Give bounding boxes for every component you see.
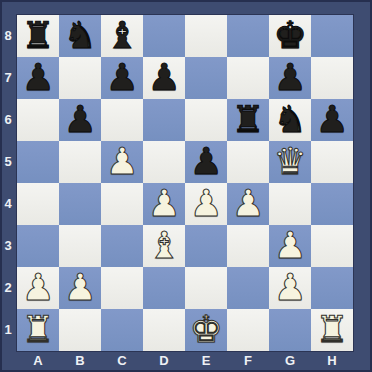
square-d7[interactable]: ♟ <box>143 57 185 99</box>
square-e5[interactable]: ♟ <box>185 141 227 183</box>
square-g5[interactable]: ♛ <box>269 141 311 183</box>
file-label-h: H <box>311 352 353 370</box>
square-f6[interactable]: ♜ <box>227 99 269 141</box>
piece-black-pawn[interactable]: ♟ <box>101 57 143 99</box>
piece-black-knight[interactable]: ♞ <box>59 15 101 57</box>
square-h3[interactable] <box>311 225 353 267</box>
piece-black-pawn[interactable]: ♟ <box>17 57 59 99</box>
square-c1[interactable] <box>101 309 143 351</box>
square-a5[interactable] <box>17 141 59 183</box>
square-e1[interactable]: ♚ <box>185 309 227 351</box>
piece-white-pawn[interactable]: ♟ <box>17 267 59 309</box>
square-d4[interactable]: ♟ <box>143 183 185 225</box>
square-d8[interactable] <box>143 15 185 57</box>
square-a4[interactable] <box>17 183 59 225</box>
square-c6[interactable] <box>101 99 143 141</box>
piece-black-pawn[interactable]: ♟ <box>185 141 227 183</box>
piece-white-pawn[interactable]: ♟ <box>227 183 269 225</box>
file-label-f: F <box>227 352 269 370</box>
square-c8[interactable]: ♝ <box>101 15 143 57</box>
square-g8[interactable]: ♚ <box>269 15 311 57</box>
file-label-e: E <box>185 352 227 370</box>
square-f1[interactable] <box>227 309 269 351</box>
square-b7[interactable] <box>59 57 101 99</box>
square-b6[interactable]: ♟ <box>59 99 101 141</box>
piece-white-pawn[interactable]: ♟ <box>269 225 311 267</box>
rank-label-8: 8 <box>0 15 16 57</box>
square-h5[interactable] <box>311 141 353 183</box>
square-g4[interactable] <box>269 183 311 225</box>
square-h1[interactable]: ♜ <box>311 309 353 351</box>
square-g6[interactable]: ♞ <box>269 99 311 141</box>
square-h2[interactable] <box>311 267 353 309</box>
square-e4[interactable]: ♟ <box>185 183 227 225</box>
square-h8[interactable] <box>311 15 353 57</box>
piece-black-pawn[interactable]: ♟ <box>143 57 185 99</box>
square-b4[interactable] <box>59 183 101 225</box>
square-a3[interactable] <box>17 225 59 267</box>
square-a6[interactable] <box>17 99 59 141</box>
rank-label-2: 2 <box>0 267 16 309</box>
square-c7[interactable]: ♟ <box>101 57 143 99</box>
rank-label-7: 7 <box>0 57 16 99</box>
rank-label-5: 5 <box>0 141 16 183</box>
piece-white-pawn[interactable]: ♟ <box>143 183 185 225</box>
square-f5[interactable] <box>227 141 269 183</box>
rank-label-6: 6 <box>0 99 16 141</box>
piece-black-knight[interactable]: ♞ <box>269 99 311 141</box>
square-b5[interactable] <box>59 141 101 183</box>
square-e3[interactable] <box>185 225 227 267</box>
square-e6[interactable] <box>185 99 227 141</box>
square-f2[interactable] <box>227 267 269 309</box>
square-e2[interactable] <box>185 267 227 309</box>
square-h7[interactable] <box>311 57 353 99</box>
square-d6[interactable] <box>143 99 185 141</box>
square-c5[interactable]: ♟ <box>101 141 143 183</box>
chessboard-frame: ♜♞♝♚♟♟♟♟♟♜♞♟♟♟♛♟♟♟♝♟♟♟♟♜♚♜ 87654321ABCDE… <box>0 0 372 372</box>
piece-white-pawn[interactable]: ♟ <box>269 267 311 309</box>
piece-white-king[interactable]: ♚ <box>185 309 227 351</box>
piece-white-pawn[interactable]: ♟ <box>101 141 143 183</box>
piece-black-pawn[interactable]: ♟ <box>59 99 101 141</box>
square-f7[interactable] <box>227 57 269 99</box>
square-d3[interactable]: ♝ <box>143 225 185 267</box>
piece-white-pawn[interactable]: ♟ <box>59 267 101 309</box>
square-g2[interactable]: ♟ <box>269 267 311 309</box>
square-h4[interactable] <box>311 183 353 225</box>
square-d1[interactable] <box>143 309 185 351</box>
piece-white-pawn[interactable]: ♟ <box>185 183 227 225</box>
file-label-b: B <box>59 352 101 370</box>
file-label-g: G <box>269 352 311 370</box>
square-b1[interactable] <box>59 309 101 351</box>
file-label-c: C <box>101 352 143 370</box>
rank-label-3: 3 <box>0 225 16 267</box>
piece-black-bishop[interactable]: ♝ <box>101 15 143 57</box>
rank-label-1: 1 <box>0 309 16 351</box>
square-g3[interactable]: ♟ <box>269 225 311 267</box>
square-f8[interactable] <box>227 15 269 57</box>
square-f4[interactable]: ♟ <box>227 183 269 225</box>
piece-white-queen[interactable]: ♛ <box>269 141 311 183</box>
rank-label-4: 4 <box>0 183 16 225</box>
piece-black-rook[interactable]: ♜ <box>227 99 269 141</box>
square-d2[interactable] <box>143 267 185 309</box>
file-label-d: D <box>143 352 185 370</box>
square-c4[interactable] <box>101 183 143 225</box>
piece-black-pawn[interactable]: ♟ <box>269 57 311 99</box>
piece-black-king[interactable]: ♚ <box>269 15 311 57</box>
file-label-a: A <box>17 352 59 370</box>
square-a2[interactable]: ♟ <box>17 267 59 309</box>
square-h6[interactable]: ♟ <box>311 99 353 141</box>
square-b3[interactable] <box>59 225 101 267</box>
square-c3[interactable] <box>101 225 143 267</box>
square-d5[interactable] <box>143 141 185 183</box>
piece-white-rook[interactable]: ♜ <box>17 309 59 351</box>
square-e7[interactable] <box>185 57 227 99</box>
piece-white-bishop[interactable]: ♝ <box>143 225 185 267</box>
square-g1[interactable] <box>269 309 311 351</box>
square-c2[interactable] <box>101 267 143 309</box>
square-a8[interactable]: ♜ <box>17 15 59 57</box>
square-a1[interactable]: ♜ <box>17 309 59 351</box>
square-e8[interactable] <box>185 15 227 57</box>
square-a7[interactable]: ♟ <box>17 57 59 99</box>
square-g7[interactable]: ♟ <box>269 57 311 99</box>
chessboard: ♜♞♝♚♟♟♟♟♟♜♞♟♟♟♛♟♟♟♝♟♟♟♟♜♚♜ <box>16 14 354 352</box>
piece-black-pawn[interactable]: ♟ <box>311 99 353 141</box>
square-f3[interactable] <box>227 225 269 267</box>
piece-black-rook[interactable]: ♜ <box>17 15 59 57</box>
square-b8[interactable]: ♞ <box>59 15 101 57</box>
piece-white-rook[interactable]: ♜ <box>311 309 353 351</box>
square-b2[interactable]: ♟ <box>59 267 101 309</box>
